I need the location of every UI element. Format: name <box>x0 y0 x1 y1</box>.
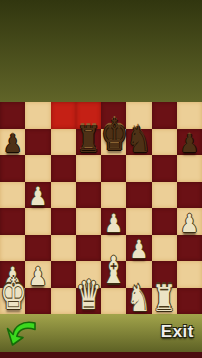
white-rook-g1[interactable]: ♜ <box>152 280 177 316</box>
white-pawn-f3[interactable]: ♟ <box>126 238 151 263</box>
black-pawn-a7[interactable]: ♟ <box>0 132 25 157</box>
white-pawn-b2[interactable]: ♟ <box>25 264 50 289</box>
white-queen-d1[interactable]: ♛ <box>76 275 101 316</box>
undo-button[interactable] <box>6 318 40 348</box>
chess-board[interactable]: ♟♜♚♞♟♟♟♟♟♟♟♝♚♛♞♜ <box>0 102 202 314</box>
white-pawn-b5[interactable]: ♟ <box>25 185 50 210</box>
black-pawn-h7[interactable]: ♟ <box>177 132 202 157</box>
undo-arrow-icon <box>6 334 40 351</box>
white-pawn-h4[interactable]: ♟ <box>177 211 202 236</box>
black-king-e7[interactable]: ♚ <box>101 114 126 158</box>
white-bishop-e2[interactable]: ♝ <box>101 252 126 290</box>
chess-app-screen: ♟♜♚♞♟♟♟♟♟♟♟♝♚♛♞♜ Exit <box>0 0 202 358</box>
bottom-edge-strip <box>0 352 202 358</box>
top-bar <box>0 0 202 102</box>
board-pieces: ♟♜♚♞♟♟♟♟♟♟♟♝♚♛♞♜ <box>0 102 202 314</box>
white-knight-f1[interactable]: ♞ <box>126 280 151 316</box>
black-knight-f7[interactable]: ♞ <box>126 121 151 157</box>
exit-button[interactable]: Exit <box>161 322 194 342</box>
white-king-a1[interactable]: ♚ <box>0 273 25 317</box>
black-rook-d7[interactable]: ♜ <box>76 121 101 157</box>
white-pawn-e4[interactable]: ♟ <box>101 211 126 236</box>
